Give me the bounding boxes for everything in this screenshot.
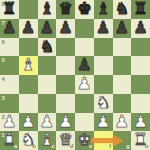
black-knight-piece[interactable]: ♞ bbox=[114, 0, 129, 18]
square-b1[interactable]: ♞b bbox=[19, 131, 38, 150]
black-pawn-piece[interactable]: ♟ bbox=[58, 18, 73, 37]
square-d3[interactable] bbox=[56, 94, 75, 113]
white-pawn-piece[interactable]: ♟ bbox=[133, 112, 148, 131]
file-label-h: h bbox=[145, 143, 149, 149]
square-e1[interactable]: ♚e bbox=[75, 131, 94, 150]
white-pawn-piece[interactable]: ♟ bbox=[114, 112, 129, 131]
white-pawn-piece[interactable]: ♟ bbox=[58, 112, 73, 131]
square-b7[interactable]: ♟ bbox=[19, 19, 38, 38]
file-label-e: e bbox=[89, 143, 92, 149]
black-pawn-piece[interactable]: ♟ bbox=[96, 18, 111, 37]
square-a7[interactable]: ♟7 bbox=[0, 19, 19, 38]
white-bishop-piece[interactable]: ♝ bbox=[21, 56, 36, 75]
square-g5[interactable] bbox=[113, 56, 132, 75]
square-e4[interactable]: ♟ bbox=[75, 75, 94, 94]
square-h3[interactable] bbox=[131, 94, 150, 113]
square-f1[interactable]: f bbox=[94, 131, 113, 150]
square-f4[interactable] bbox=[94, 75, 113, 94]
black-queen-piece[interactable]: ♛ bbox=[58, 0, 73, 18]
white-pawn-piece[interactable]: ♟ bbox=[39, 112, 54, 131]
square-e5[interactable]: ♟ bbox=[75, 56, 94, 75]
file-label-a: a bbox=[14, 143, 17, 149]
chess-board-wrap: ♜8♝♛♚♝♞♜♟7♟♟♟♟♟♟6♞5♝♟4♟3♞♟2♟♟♟♟♟♟♜1a♞b♝c… bbox=[0, 0, 150, 150]
white-pawn-piece[interactable]: ♟ bbox=[77, 75, 92, 94]
black-king-piece[interactable]: ♚ bbox=[77, 0, 92, 18]
rank-label-1: 1 bbox=[2, 132, 5, 138]
square-e8[interactable]: ♚ bbox=[75, 0, 94, 19]
square-d2[interactable]: ♟ bbox=[56, 113, 75, 132]
square-g1[interactable]: g bbox=[113, 131, 132, 150]
square-g7[interactable]: ♟ bbox=[113, 19, 132, 38]
square-c8[interactable]: ♝ bbox=[38, 0, 57, 19]
square-a2[interactable]: ♟2 bbox=[0, 113, 19, 132]
square-h8[interactable]: ♜ bbox=[131, 0, 150, 19]
square-e6[interactable] bbox=[75, 38, 94, 57]
square-g4[interactable] bbox=[113, 75, 132, 94]
square-d7[interactable]: ♟ bbox=[56, 19, 75, 38]
square-a8[interactable]: ♜8 bbox=[0, 0, 19, 19]
square-a4[interactable]: 4 bbox=[0, 75, 19, 94]
square-c1[interactable]: ♝c bbox=[38, 131, 57, 150]
white-knight-piece[interactable]: ♞ bbox=[96, 93, 111, 112]
black-pawn-piece[interactable]: ♟ bbox=[21, 18, 36, 37]
square-h6[interactable] bbox=[131, 38, 150, 57]
file-label-g: g bbox=[126, 143, 130, 149]
square-c2[interactable]: ♟ bbox=[38, 113, 57, 132]
white-pawn-piece[interactable]: ♟ bbox=[96, 112, 111, 131]
square-b8[interactable] bbox=[19, 0, 38, 19]
square-h5[interactable] bbox=[131, 56, 150, 75]
square-g3[interactable] bbox=[113, 94, 132, 113]
square-c5[interactable] bbox=[38, 56, 57, 75]
rank-label-6: 6 bbox=[2, 39, 5, 45]
black-knight-piece[interactable]: ♞ bbox=[39, 37, 54, 56]
square-e7[interactable] bbox=[75, 19, 94, 38]
square-d4[interactable] bbox=[56, 75, 75, 94]
black-pawn-piece[interactable]: ♟ bbox=[39, 18, 54, 37]
square-h4[interactable] bbox=[131, 75, 150, 94]
square-f8[interactable]: ♝ bbox=[94, 0, 113, 19]
black-bishop-piece[interactable]: ♝ bbox=[96, 0, 111, 18]
square-a3[interactable]: 3 bbox=[0, 94, 19, 113]
black-pawn-piece[interactable]: ♟ bbox=[114, 18, 129, 37]
square-d6[interactable] bbox=[56, 38, 75, 57]
square-b5[interactable]: ♝ bbox=[19, 56, 38, 75]
square-f2[interactable]: ♟ bbox=[94, 113, 113, 132]
square-a5[interactable]: 5 bbox=[0, 56, 19, 75]
square-d1[interactable]: ♛d bbox=[56, 131, 75, 150]
square-c6[interactable]: ♞ bbox=[38, 38, 57, 57]
square-c3[interactable] bbox=[38, 94, 57, 113]
square-d8[interactable]: ♛ bbox=[56, 0, 75, 19]
square-h2[interactable]: ♟ bbox=[131, 113, 150, 132]
square-b3[interactable] bbox=[19, 94, 38, 113]
square-f6[interactable] bbox=[94, 38, 113, 57]
white-pawn-piece[interactable]: ♟ bbox=[21, 112, 36, 131]
file-label-f: f bbox=[109, 143, 111, 149]
black-pawn-piece[interactable]: ♟ bbox=[77, 56, 92, 75]
square-f5[interactable] bbox=[94, 56, 113, 75]
square-b6[interactable] bbox=[19, 38, 38, 57]
square-b4[interactable] bbox=[19, 75, 38, 94]
black-rook-piece[interactable]: ♜ bbox=[133, 0, 148, 18]
file-label-d: d bbox=[70, 143, 74, 149]
file-label-b: b bbox=[32, 143, 36, 149]
rank-label-8: 8 bbox=[2, 1, 5, 7]
chess-board: ♜8♝♛♚♝♞♜♟7♟♟♟♟♟♟6♞5♝♟4♟3♞♟2♟♟♟♟♟♟♜1a♞b♝c… bbox=[0, 0, 150, 150]
rank-label-5: 5 bbox=[2, 57, 5, 63]
square-g6[interactable] bbox=[113, 38, 132, 57]
square-e3[interactable] bbox=[75, 94, 94, 113]
square-g2[interactable]: ♟ bbox=[113, 113, 132, 132]
square-h1[interactable]: ♜h bbox=[131, 131, 150, 150]
square-c4[interactable] bbox=[38, 75, 57, 94]
rank-label-7: 7 bbox=[2, 20, 5, 26]
square-a6[interactable]: 6 bbox=[0, 38, 19, 57]
black-bishop-piece[interactable]: ♝ bbox=[39, 0, 54, 18]
rank-label-2: 2 bbox=[2, 114, 5, 120]
square-e2[interactable] bbox=[75, 113, 94, 132]
square-d5[interactable] bbox=[56, 56, 75, 75]
square-f7[interactable]: ♟ bbox=[94, 19, 113, 38]
square-c7[interactable]: ♟ bbox=[38, 19, 57, 38]
square-f3[interactable]: ♞ bbox=[94, 94, 113, 113]
square-g8[interactable]: ♞ bbox=[113, 0, 132, 19]
rank-label-3: 3 bbox=[2, 95, 5, 101]
black-pawn-piece[interactable]: ♟ bbox=[133, 18, 148, 37]
square-b2[interactable]: ♟ bbox=[19, 113, 38, 132]
square-h7[interactable]: ♟ bbox=[131, 19, 150, 38]
square-a1[interactable]: ♜1a bbox=[0, 131, 19, 150]
file-label-c: c bbox=[51, 143, 54, 149]
rank-label-4: 4 bbox=[2, 76, 5, 82]
